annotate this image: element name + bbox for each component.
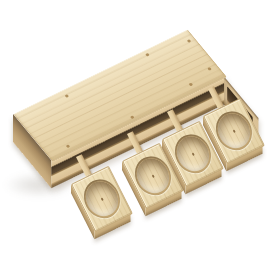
cup-floor <box>171 131 215 177</box>
cup-center-hole <box>101 198 104 201</box>
product-photo-canvas <box>0 0 270 265</box>
nail-mark <box>145 53 149 56</box>
nail-mark <box>187 39 191 42</box>
nail-mark <box>130 116 134 119</box>
nail-mark <box>65 94 69 97</box>
cup-center-hole <box>152 175 155 178</box>
cup-floor <box>80 176 124 222</box>
cup-center-hole <box>233 130 236 133</box>
cup-center-hole <box>192 153 195 156</box>
nail-mark <box>207 67 211 70</box>
nail-mark <box>189 83 193 86</box>
cup-floor <box>212 108 256 154</box>
nail-mark <box>66 145 70 148</box>
